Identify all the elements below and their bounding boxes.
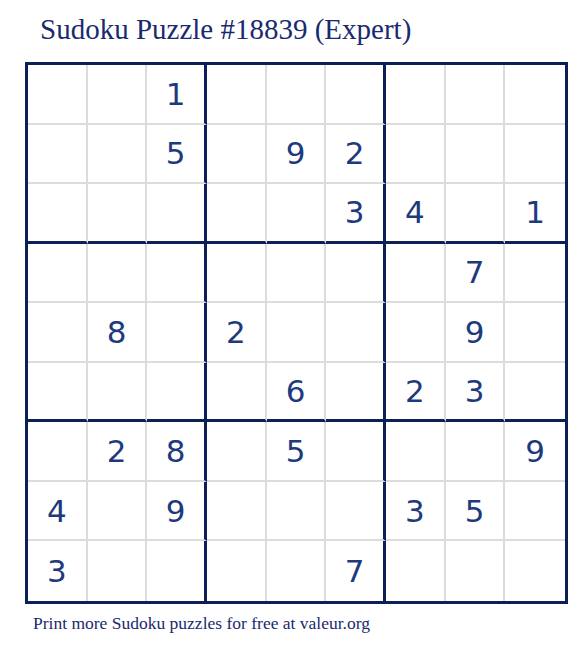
cell-r7c9[interactable]: 9 [505,422,565,482]
cell-r4c1[interactable] [28,244,88,304]
cell-r3c3[interactable] [147,184,207,244]
cell-r6c7[interactable]: 2 [386,363,446,423]
cell-r1c7[interactable] [386,65,446,125]
cell-r4c2[interactable] [88,244,148,304]
cell-r8c2[interactable] [88,482,148,542]
cell-r2c8[interactable] [446,125,506,185]
cell-r5c8[interactable]: 9 [446,303,506,363]
cell-r3c8[interactable] [446,184,506,244]
cell-r9c4[interactable] [207,541,267,601]
cell-r6c6[interactable] [326,363,386,423]
cell-r5c7[interactable] [386,303,446,363]
cell-r1c3[interactable]: 1 [147,65,207,125]
cell-r5c2[interactable]: 8 [88,303,148,363]
cell-r1c6[interactable] [326,65,386,125]
cell-r7c4[interactable] [207,422,267,482]
cell-r6c4[interactable] [207,363,267,423]
cell-r7c2[interactable]: 2 [88,422,148,482]
sudoku-page: Sudoku Puzzle #18839 (Expert) 1592341782… [0,0,580,651]
cell-r3c4[interactable] [207,184,267,244]
cell-r2c3[interactable]: 5 [147,125,207,185]
cell-r4c5[interactable] [267,244,327,304]
cell-r3c7[interactable]: 4 [386,184,446,244]
cell-r9c5[interactable] [267,541,327,601]
cell-r2c2[interactable] [88,125,148,185]
cell-r6c5[interactable]: 6 [267,363,327,423]
cell-r2c5[interactable]: 9 [267,125,327,185]
cell-r6c2[interactable] [88,363,148,423]
cell-r7c5[interactable]: 5 [267,422,327,482]
cell-r8c5[interactable] [267,482,327,542]
cell-r1c4[interactable] [207,65,267,125]
cell-r9c3[interactable] [147,541,207,601]
cell-r7c7[interactable] [386,422,446,482]
cell-r8c6[interactable] [326,482,386,542]
cell-r9c1[interactable]: 3 [28,541,88,601]
cell-r4c4[interactable] [207,244,267,304]
cell-r3c6[interactable]: 3 [326,184,386,244]
cell-r1c2[interactable] [88,65,148,125]
cell-r5c4[interactable]: 2 [207,303,267,363]
cell-r1c8[interactable] [446,65,506,125]
cell-r2c6[interactable]: 2 [326,125,386,185]
cell-r2c9[interactable] [505,125,565,185]
cell-r8c3[interactable]: 9 [147,482,207,542]
cell-r9c6[interactable]: 7 [326,541,386,601]
cell-r4c9[interactable] [505,244,565,304]
cell-r7c6[interactable] [326,422,386,482]
cell-r2c4[interactable] [207,125,267,185]
cell-r8c9[interactable] [505,482,565,542]
cell-r5c9[interactable] [505,303,565,363]
cell-r1c9[interactable] [505,65,565,125]
cell-r6c3[interactable] [147,363,207,423]
cell-r5c1[interactable] [28,303,88,363]
cell-r6c8[interactable]: 3 [446,363,506,423]
cell-r9c8[interactable] [446,541,506,601]
cell-r4c3[interactable] [147,244,207,304]
cell-r3c9[interactable]: 1 [505,184,565,244]
cell-r1c1[interactable] [28,65,88,125]
cell-r2c7[interactable] [386,125,446,185]
cell-r5c6[interactable] [326,303,386,363]
cell-r8c4[interactable] [207,482,267,542]
cell-r6c1[interactable] [28,363,88,423]
cell-r4c8[interactable]: 7 [446,244,506,304]
cell-r1c5[interactable] [267,65,327,125]
cell-r2c1[interactable] [28,125,88,185]
cell-r5c5[interactable] [267,303,327,363]
cell-r8c8[interactable]: 5 [446,482,506,542]
cell-r4c6[interactable] [326,244,386,304]
cell-r9c7[interactable] [386,541,446,601]
cell-r6c9[interactable] [505,363,565,423]
page-title: Sudoku Puzzle #18839 (Expert) [40,13,411,46]
sudoku-board: 159234178296232859493537 [25,62,568,604]
cell-r3c5[interactable] [267,184,327,244]
cell-r7c3[interactable]: 8 [147,422,207,482]
cell-r8c1[interactable]: 4 [28,482,88,542]
cell-r8c7[interactable]: 3 [386,482,446,542]
cell-r4c7[interactable] [386,244,446,304]
cell-r3c1[interactable] [28,184,88,244]
cell-r3c2[interactable] [88,184,148,244]
cell-r5c3[interactable] [147,303,207,363]
cell-r7c8[interactable] [446,422,506,482]
cell-r9c2[interactable] [88,541,148,601]
cell-r9c9[interactable] [505,541,565,601]
footer-text: Print more Sudoku puzzles for free at va… [33,613,370,634]
cell-r7c1[interactable] [28,422,88,482]
